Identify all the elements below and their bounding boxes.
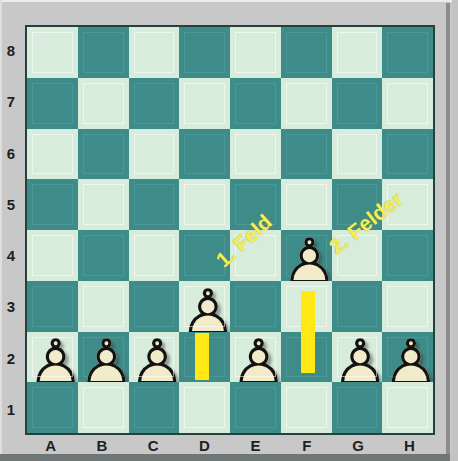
square-c7[interactable] bbox=[129, 78, 180, 129]
square-f2[interactable] bbox=[281, 332, 332, 383]
square-f3[interactable] bbox=[281, 281, 332, 332]
rank-label-1: 1 bbox=[0, 384, 22, 435]
file-label-b: B bbox=[76, 436, 127, 454]
square-f4[interactable]: ♟♙ bbox=[281, 230, 332, 281]
white-pawn-d3[interactable]: ♟♙ bbox=[179, 281, 230, 332]
square-g6[interactable] bbox=[332, 129, 383, 180]
white-pawn-b2[interactable]: ♟♙ bbox=[78, 332, 129, 383]
square-a2[interactable]: ♟♙ bbox=[27, 332, 78, 383]
square-h2[interactable]: ♟♙ bbox=[382, 332, 433, 383]
square-b4[interactable] bbox=[78, 230, 129, 281]
rank-label-6: 6 bbox=[0, 128, 22, 179]
rank-label-8: 8 bbox=[0, 25, 22, 76]
square-d7[interactable] bbox=[179, 78, 230, 129]
square-g4[interactable] bbox=[332, 230, 383, 281]
square-c3[interactable] bbox=[129, 281, 180, 332]
white-pawn-e2[interactable]: ♟♙ bbox=[230, 332, 281, 383]
panel-highlight-top bbox=[0, 0, 452, 2]
square-d6[interactable] bbox=[179, 129, 230, 180]
square-a5[interactable] bbox=[27, 179, 78, 230]
square-e3[interactable] bbox=[230, 281, 281, 332]
square-d4[interactable] bbox=[179, 230, 230, 281]
square-e5[interactable] bbox=[230, 179, 281, 230]
square-h5[interactable] bbox=[382, 179, 433, 230]
square-b1[interactable] bbox=[78, 382, 129, 433]
square-e1[interactable] bbox=[230, 382, 281, 433]
square-g5[interactable] bbox=[332, 179, 383, 230]
file-label-f: F bbox=[281, 436, 332, 454]
square-b3[interactable] bbox=[78, 281, 129, 332]
panel-shadow-right bbox=[446, 3, 450, 455]
square-d5[interactable] bbox=[179, 179, 230, 230]
square-h7[interactable] bbox=[382, 78, 433, 129]
rank-label-3: 3 bbox=[0, 281, 22, 332]
square-f5[interactable] bbox=[281, 179, 332, 230]
rank-labels: 87654321 bbox=[0, 25, 22, 435]
square-e6[interactable] bbox=[230, 129, 281, 180]
square-d8[interactable] bbox=[179, 27, 230, 78]
white-pawn-g2[interactable]: ♟♙ bbox=[332, 332, 383, 383]
square-f7[interactable] bbox=[281, 78, 332, 129]
square-e2[interactable]: ♟♙ bbox=[230, 332, 281, 383]
file-labels: ABCDEFGH bbox=[25, 436, 435, 454]
white-pawn-c2[interactable]: ♟♙ bbox=[129, 332, 180, 383]
square-f6[interactable] bbox=[281, 129, 332, 180]
square-h3[interactable] bbox=[382, 281, 433, 332]
square-h8[interactable] bbox=[382, 27, 433, 78]
square-b7[interactable] bbox=[78, 78, 129, 129]
square-a3[interactable] bbox=[27, 281, 78, 332]
square-c1[interactable] bbox=[129, 382, 180, 433]
panel-shadow-bottom bbox=[0, 454, 450, 461]
file-label-g: G bbox=[333, 436, 384, 454]
square-f1[interactable] bbox=[281, 382, 332, 433]
square-h4[interactable] bbox=[382, 230, 433, 281]
rank-label-7: 7 bbox=[0, 76, 22, 127]
square-c6[interactable] bbox=[129, 129, 180, 180]
square-e8[interactable] bbox=[230, 27, 281, 78]
square-a6[interactable] bbox=[27, 129, 78, 180]
square-g1[interactable] bbox=[332, 382, 383, 433]
square-g2[interactable]: ♟♙ bbox=[332, 332, 383, 383]
square-c5[interactable] bbox=[129, 179, 180, 230]
white-pawn-h2[interactable]: ♟♙ bbox=[382, 332, 433, 383]
square-h6[interactable] bbox=[382, 129, 433, 180]
white-pawn-a2[interactable]: ♟♙ bbox=[27, 332, 78, 383]
square-c2[interactable]: ♟♙ bbox=[129, 332, 180, 383]
square-a1[interactable] bbox=[27, 382, 78, 433]
square-d1[interactable] bbox=[179, 382, 230, 433]
square-d2[interactable] bbox=[179, 332, 230, 383]
chess-board[interactable]: ♟♙♟♙♟♙♟♙♟♙♟♙♟♙♟♙ bbox=[25, 25, 435, 435]
square-a7[interactable] bbox=[27, 78, 78, 129]
file-label-a: A bbox=[25, 436, 76, 454]
square-b6[interactable] bbox=[78, 129, 129, 180]
rank-label-4: 4 bbox=[0, 230, 22, 281]
file-label-c: C bbox=[128, 436, 179, 454]
file-label-e: E bbox=[230, 436, 281, 454]
square-b5[interactable] bbox=[78, 179, 129, 230]
square-a8[interactable] bbox=[27, 27, 78, 78]
square-g7[interactable] bbox=[332, 78, 383, 129]
square-b8[interactable] bbox=[78, 27, 129, 78]
chess-board-area: ♟♙♟♙♟♙♟♙♟♙♟♙♟♙♟♙ 1. Feld 2. Felder bbox=[25, 25, 435, 435]
square-a4[interactable] bbox=[27, 230, 78, 281]
file-label-d: D bbox=[179, 436, 230, 454]
square-c4[interactable] bbox=[129, 230, 180, 281]
square-b2[interactable]: ♟♙ bbox=[78, 332, 129, 383]
square-f8[interactable] bbox=[281, 27, 332, 78]
square-e4[interactable] bbox=[230, 230, 281, 281]
square-g3[interactable] bbox=[332, 281, 383, 332]
square-h1[interactable] bbox=[382, 382, 433, 433]
square-g8[interactable] bbox=[332, 27, 383, 78]
file-label-h: H bbox=[384, 436, 435, 454]
square-c8[interactable] bbox=[129, 27, 180, 78]
square-e7[interactable] bbox=[230, 78, 281, 129]
rank-label-5: 5 bbox=[0, 179, 22, 230]
square-d3[interactable]: ♟♙ bbox=[179, 281, 230, 332]
white-pawn-f4[interactable]: ♟♙ bbox=[281, 230, 332, 281]
board-panel: 87654321 ♟♙♟♙♟♙♟♙♟♙♟♙♟♙♟♙ 1. Feld 2. Fel… bbox=[0, 0, 452, 457]
rank-label-2: 2 bbox=[0, 333, 22, 384]
